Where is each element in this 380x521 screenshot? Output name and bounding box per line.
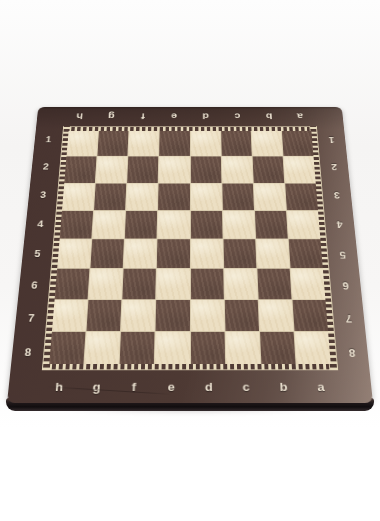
rank-right-label-1: 1 xyxy=(317,126,347,153)
square-g4[interactable] xyxy=(92,211,125,239)
square-d8[interactable] xyxy=(190,332,224,364)
playing-area xyxy=(42,126,338,370)
rank-left-label-1: 1 xyxy=(33,126,63,153)
file-top-label-c: c xyxy=(221,107,253,126)
square-c8[interactable] xyxy=(225,332,260,364)
square-f6[interactable] xyxy=(123,269,157,299)
square-d1[interactable] xyxy=(190,131,220,156)
photo-background: hgfedcba hgfedcba 12345678 12345678 xyxy=(0,0,380,521)
square-h8[interactable] xyxy=(49,332,85,364)
file-bottom-label-f: f xyxy=(115,370,153,403)
rank-left-label-2: 2 xyxy=(30,153,60,181)
file-bottom-label-c: c xyxy=(227,370,265,403)
file-top-label-f: f xyxy=(127,107,159,126)
squares-grid xyxy=(49,131,331,364)
square-e8[interactable] xyxy=(155,332,189,364)
square-b5[interactable] xyxy=(256,239,290,268)
file-bottom-label-a: a xyxy=(301,370,341,403)
square-e3[interactable] xyxy=(158,183,189,210)
square-a6[interactable] xyxy=(290,269,325,299)
square-h6[interactable] xyxy=(55,269,90,299)
square-a8[interactable] xyxy=(294,332,330,364)
square-b4[interactable] xyxy=(255,211,288,239)
square-g2[interactable] xyxy=(96,157,128,183)
square-b6[interactable] xyxy=(257,269,291,299)
square-g5[interactable] xyxy=(91,239,125,268)
square-d3[interactable] xyxy=(190,183,221,210)
square-h2[interactable] xyxy=(64,157,96,183)
square-e4[interactable] xyxy=(158,211,190,239)
file-bottom-label-d: d xyxy=(190,370,228,403)
square-f3[interactable] xyxy=(126,183,158,210)
square-h4[interactable] xyxy=(60,211,94,239)
square-e2[interactable] xyxy=(159,157,190,183)
square-d6[interactable] xyxy=(190,269,223,299)
square-c5[interactable] xyxy=(223,239,256,268)
rank-left-label-8: 8 xyxy=(10,335,44,370)
square-f8[interactable] xyxy=(120,332,155,364)
chess-board: hgfedcba hgfedcba 12345678 12345678 xyxy=(7,107,373,403)
square-c3[interactable] xyxy=(222,183,254,210)
file-bottom-label-e: e xyxy=(152,370,190,403)
square-c7[interactable] xyxy=(224,300,258,331)
square-a2[interactable] xyxy=(283,157,315,183)
square-g7[interactable] xyxy=(87,300,122,331)
square-h5[interactable] xyxy=(57,239,91,268)
file-bottom-label-g: g xyxy=(77,370,116,403)
square-e7[interactable] xyxy=(156,300,190,331)
square-d4[interactable] xyxy=(190,211,222,239)
rank-left-label-7: 7 xyxy=(14,302,48,335)
square-c2[interactable] xyxy=(221,157,252,183)
square-c1[interactable] xyxy=(221,131,252,156)
square-g6[interactable] xyxy=(89,269,123,299)
file-labels-top: hgfedcba xyxy=(63,107,317,126)
square-c6[interactable] xyxy=(224,269,258,299)
square-d7[interactable] xyxy=(190,300,224,331)
square-f4[interactable] xyxy=(125,211,157,239)
square-a3[interactable] xyxy=(285,183,318,210)
square-b2[interactable] xyxy=(252,157,284,183)
square-h7[interactable] xyxy=(52,300,88,331)
file-bottom-label-b: b xyxy=(264,370,303,403)
square-g8[interactable] xyxy=(85,332,121,364)
rank-left-label-3: 3 xyxy=(27,181,58,210)
square-a5[interactable] xyxy=(289,239,323,268)
square-b1[interactable] xyxy=(251,131,282,156)
square-f1[interactable] xyxy=(128,131,159,156)
rank-right-label-8: 8 xyxy=(335,335,369,370)
square-b8[interactable] xyxy=(260,332,296,364)
file-top-label-b: b xyxy=(253,107,286,126)
file-top-label-g: g xyxy=(95,107,128,126)
rank-left-label-5: 5 xyxy=(21,239,53,270)
file-top-label-a: a xyxy=(284,107,317,126)
file-top-label-h: h xyxy=(63,107,96,126)
square-d2[interactable] xyxy=(190,157,221,183)
file-labels-bottom: hgfedcba xyxy=(39,370,341,403)
rank-right-label-2: 2 xyxy=(319,153,349,181)
rank-right-label-6: 6 xyxy=(329,270,362,302)
rank-left-label-4: 4 xyxy=(24,209,56,239)
rank-right-label-3: 3 xyxy=(322,181,353,210)
file-top-label-e: e xyxy=(158,107,190,126)
square-b3[interactable] xyxy=(254,183,286,210)
square-b7[interactable] xyxy=(258,300,293,331)
square-c4[interactable] xyxy=(223,211,255,239)
square-f5[interactable] xyxy=(124,239,157,268)
board-scene: hgfedcba hgfedcba 12345678 12345678 xyxy=(7,18,373,403)
square-d5[interactable] xyxy=(190,239,222,268)
rank-right-label-7: 7 xyxy=(332,302,366,335)
square-a7[interactable] xyxy=(292,300,328,331)
square-e6[interactable] xyxy=(157,269,190,299)
square-a1[interactable] xyxy=(282,131,314,156)
square-h1[interactable] xyxy=(67,131,99,156)
rank-right-label-4: 4 xyxy=(324,209,356,239)
rank-left-label-6: 6 xyxy=(18,270,51,302)
square-f2[interactable] xyxy=(127,157,158,183)
file-top-label-d: d xyxy=(190,107,222,126)
square-e5[interactable] xyxy=(157,239,189,268)
square-g1[interactable] xyxy=(98,131,129,156)
rank-right-label-5: 5 xyxy=(327,239,359,270)
square-f7[interactable] xyxy=(121,300,155,331)
square-g3[interactable] xyxy=(94,183,126,210)
square-h3[interactable] xyxy=(62,183,95,210)
square-e1[interactable] xyxy=(159,131,189,156)
square-a4[interactable] xyxy=(287,211,321,239)
